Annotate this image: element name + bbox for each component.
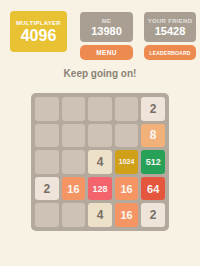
my-score-panel: ME 13980: [80, 12, 133, 42]
empty-cell: [35, 97, 59, 121]
empty-cell: [35, 150, 59, 174]
tile-4: 4: [88, 203, 112, 227]
my-score-value: 13980: [91, 26, 122, 37]
tile-2: 2: [141, 203, 165, 227]
multiplayer-score-value: 4096: [21, 28, 57, 44]
empty-cell: [62, 124, 86, 148]
empty-cell: [115, 124, 139, 148]
status-message: Keep going on!: [0, 68, 200, 79]
tile-128: 128: [88, 177, 112, 201]
menu-button[interactable]: MENU: [80, 45, 133, 60]
multiplayer-label: MULTIPLAYER: [16, 20, 61, 26]
tile-1024: 1024: [115, 150, 139, 174]
friend-score-panel: YOUR FRIEND 15428: [144, 12, 196, 42]
empty-cell: [35, 203, 59, 227]
friend-score-label: YOUR FRIEND: [148, 18, 193, 24]
tile-4: 4: [88, 150, 112, 174]
empty-cell: [62, 150, 86, 174]
empty-cell: [35, 124, 59, 148]
tile-16: 16: [115, 177, 139, 201]
board[interactable]: 284102451221612816644162: [31, 93, 169, 231]
tile-16: 16: [62, 177, 86, 201]
tile-2: 2: [35, 177, 59, 201]
tile-512: 512: [141, 150, 165, 174]
friend-score-value: 15428: [155, 26, 186, 37]
multiplayer-score-panel: MULTIPLAYER 4096: [10, 11, 67, 52]
empty-cell: [115, 97, 139, 121]
empty-cell: [88, 124, 112, 148]
empty-cell: [62, 97, 86, 121]
tile-8: 8: [141, 124, 165, 148]
leaderboard-button[interactable]: LEADERBOARD: [144, 45, 196, 60]
empty-cell: [88, 97, 112, 121]
tile-16: 16: [115, 203, 139, 227]
empty-cell: [62, 203, 86, 227]
tile-64: 64: [141, 177, 165, 201]
tile-2: 2: [141, 97, 165, 121]
my-score-label: ME: [102, 18, 112, 24]
